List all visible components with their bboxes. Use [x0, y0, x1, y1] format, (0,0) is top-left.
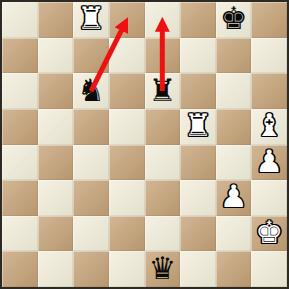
square-g5[interactable] [216, 109, 252, 145]
square-g2[interactable] [216, 216, 252, 252]
piece-black-king[interactable]: ♚ [220, 3, 248, 34]
square-f7[interactable] [180, 38, 216, 74]
square-c7[interactable] [73, 38, 109, 74]
chess-board: ♜♚♞♜♜♝♟♟♚♛ [0, 0, 289, 289]
square-h5[interactable]: ♝ [251, 109, 287, 145]
square-e7[interactable] [145, 38, 181, 74]
square-e2[interactable] [145, 216, 181, 252]
square-c2[interactable] [73, 216, 109, 252]
square-d6[interactable] [109, 73, 145, 109]
square-a3[interactable] [2, 180, 38, 216]
square-e3[interactable] [145, 180, 181, 216]
board-grid: ♜♚♞♜♜♝♟♟♚♛ [2, 2, 287, 287]
square-f2[interactable] [180, 216, 216, 252]
square-b8[interactable] [38, 2, 74, 38]
square-a5[interactable] [2, 109, 38, 145]
piece-white-bishop[interactable]: ♝ [255, 110, 283, 141]
square-c1[interactable] [73, 251, 109, 287]
piece-black-queen[interactable]: ♛ [148, 253, 176, 284]
square-a4[interactable] [2, 145, 38, 181]
square-d4[interactable] [109, 145, 145, 181]
square-h2[interactable]: ♚ [251, 216, 287, 252]
square-a7[interactable] [2, 38, 38, 74]
square-a8[interactable] [2, 2, 38, 38]
square-b2[interactable] [38, 216, 74, 252]
square-d3[interactable] [109, 180, 145, 216]
square-g3[interactable]: ♟ [216, 180, 252, 216]
square-a1[interactable] [2, 251, 38, 287]
square-g1[interactable] [216, 251, 252, 287]
square-h4[interactable]: ♟ [251, 145, 287, 181]
square-h7[interactable] [251, 38, 287, 74]
square-e1[interactable]: ♛ [145, 251, 181, 287]
square-c4[interactable] [73, 145, 109, 181]
piece-black-knight[interactable]: ♞ [77, 75, 105, 106]
square-b5[interactable] [38, 109, 74, 145]
square-b7[interactable] [38, 38, 74, 74]
piece-white-pawn[interactable]: ♟ [220, 181, 248, 212]
square-h1[interactable] [251, 251, 287, 287]
square-b1[interactable] [38, 251, 74, 287]
square-f8[interactable] [180, 2, 216, 38]
square-c3[interactable] [73, 180, 109, 216]
piece-white-rook[interactable]: ♜ [184, 110, 212, 141]
square-a2[interactable] [2, 216, 38, 252]
piece-black-rook[interactable]: ♜ [148, 75, 176, 106]
square-c8[interactable]: ♜ [73, 2, 109, 38]
square-d2[interactable] [109, 216, 145, 252]
square-d7[interactable] [109, 38, 145, 74]
square-e5[interactable] [145, 109, 181, 145]
square-e6[interactable]: ♜ [145, 73, 181, 109]
square-g4[interactable] [216, 145, 252, 181]
square-f4[interactable] [180, 145, 216, 181]
piece-white-rook[interactable]: ♜ [77, 3, 105, 34]
square-c6[interactable]: ♞ [73, 73, 109, 109]
square-h8[interactable] [251, 2, 287, 38]
square-f5[interactable]: ♜ [180, 109, 216, 145]
square-b3[interactable] [38, 180, 74, 216]
square-d5[interactable] [109, 109, 145, 145]
square-e8[interactable] [145, 2, 181, 38]
square-b4[interactable] [38, 145, 74, 181]
square-b6[interactable] [38, 73, 74, 109]
square-g6[interactable] [216, 73, 252, 109]
square-h3[interactable] [251, 180, 287, 216]
piece-white-king[interactable]: ♚ [255, 217, 283, 248]
square-a6[interactable] [2, 73, 38, 109]
square-f1[interactable] [180, 251, 216, 287]
piece-white-pawn[interactable]: ♟ [255, 146, 283, 177]
square-g8[interactable]: ♚ [216, 2, 252, 38]
square-c5[interactable] [73, 109, 109, 145]
square-h6[interactable] [251, 73, 287, 109]
square-g7[interactable] [216, 38, 252, 74]
square-f6[interactable] [180, 73, 216, 109]
square-d1[interactable] [109, 251, 145, 287]
square-d8[interactable] [109, 2, 145, 38]
square-f3[interactable] [180, 180, 216, 216]
square-e4[interactable] [145, 145, 181, 181]
